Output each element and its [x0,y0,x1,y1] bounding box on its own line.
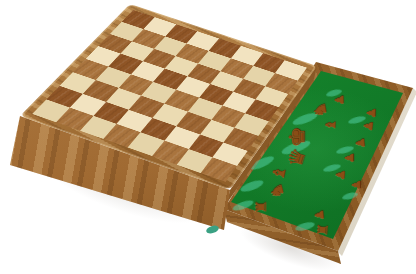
felt-recess-shadow [294,220,315,232]
stored-piece-bishop[interactable]: ♝ [324,118,338,132]
chess-set-photo: ♞♝♚♛♝♞♜♜♟♟♟♟♟♟♟♟ [0,0,416,274]
stored-piece-pawn[interactable]: ♟ [362,120,375,133]
stored-piece-pawn[interactable]: ♟ [333,94,345,106]
stored-piece-pawn[interactable]: ♟ [365,107,377,119]
felt-recess-shadow [239,178,264,194]
stored-piece-rook[interactable]: ♜ [254,200,268,214]
stored-piece-pawn[interactable]: ♟ [313,209,326,222]
felt-recess-shadow [341,191,358,201]
stored-piece-knight[interactable]: ♞ [267,181,287,201]
stored-piece-pawn[interactable]: ♟ [350,179,362,191]
stored-piece-knight[interactable]: ♞ [311,101,330,120]
stored-piece-pawn[interactable]: ♟ [334,169,346,181]
stored-piece-pawn[interactable]: ♟ [343,152,355,164]
stored-piece-bishop[interactable]: ♝ [269,163,288,182]
stored-piece-pawn[interactable]: ♟ [354,137,367,150]
stored-piece-rook[interactable]: ♜ [316,223,331,238]
